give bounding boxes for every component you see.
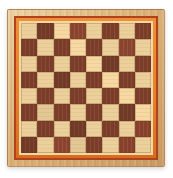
square-e4[interactable] (86, 88, 102, 104)
square-a6[interactable] (21, 56, 37, 72)
square-g6[interactable] (119, 56, 135, 72)
square-e2[interactable] (86, 121, 102, 137)
square-f3[interactable] (102, 104, 118, 120)
square-f2[interactable] (102, 121, 118, 137)
square-c5[interactable] (54, 72, 70, 88)
square-d7[interactable] (70, 39, 86, 55)
square-d3[interactable] (70, 104, 86, 120)
square-e7[interactable] (86, 39, 102, 55)
square-c8[interactable] (54, 23, 70, 39)
square-a8[interactable] (21, 23, 37, 39)
square-h2[interactable] (135, 121, 151, 137)
square-e1[interactable] (86, 137, 102, 153)
square-h5[interactable] (135, 72, 151, 88)
square-b1[interactable] (37, 137, 53, 153)
square-f7[interactable] (102, 39, 118, 55)
square-e5[interactable] (86, 72, 102, 88)
square-h8[interactable] (135, 23, 151, 39)
square-g2[interactable] (119, 121, 135, 137)
square-a5[interactable] (21, 72, 37, 88)
square-f1[interactable] (102, 137, 118, 153)
square-h7[interactable] (135, 39, 151, 55)
square-e8[interactable] (86, 23, 102, 39)
scene (0, 0, 173, 178)
square-a3[interactable] (21, 104, 37, 120)
square-a2[interactable] (21, 121, 37, 137)
square-g5[interactable] (119, 72, 135, 88)
square-a7[interactable] (21, 39, 37, 55)
board-red-pinstripe (14, 16, 158, 160)
square-c6[interactable] (54, 56, 70, 72)
board-cream-inlay (19, 21, 153, 155)
square-b5[interactable] (37, 72, 53, 88)
square-g8[interactable] (119, 23, 135, 39)
square-a4[interactable] (21, 88, 37, 104)
square-e3[interactable] (86, 104, 102, 120)
board-wood-frame (7, 9, 165, 167)
square-f8[interactable] (102, 23, 118, 39)
square-d2[interactable] (70, 121, 86, 137)
square-e6[interactable] (86, 56, 102, 72)
square-g4[interactable] (119, 88, 135, 104)
square-d6[interactable] (70, 56, 86, 72)
square-a1[interactable] (21, 137, 37, 153)
square-c2[interactable] (54, 121, 70, 137)
square-h6[interactable] (135, 56, 151, 72)
square-b7[interactable] (37, 39, 53, 55)
board-orange-band (16, 18, 156, 158)
square-d4[interactable] (70, 88, 86, 104)
square-g1[interactable] (119, 137, 135, 153)
square-b3[interactable] (37, 104, 53, 120)
square-c4[interactable] (54, 88, 70, 104)
square-b8[interactable] (37, 23, 53, 39)
square-h4[interactable] (135, 88, 151, 104)
board-grid (21, 23, 151, 153)
square-f6[interactable] (102, 56, 118, 72)
square-f5[interactable] (102, 72, 118, 88)
square-c3[interactable] (54, 104, 70, 120)
square-b4[interactable] (37, 88, 53, 104)
square-h3[interactable] (135, 104, 151, 120)
square-d8[interactable] (70, 23, 86, 39)
square-c7[interactable] (54, 39, 70, 55)
square-f4[interactable] (102, 88, 118, 104)
square-h1[interactable] (135, 137, 151, 153)
square-b6[interactable] (37, 56, 53, 72)
square-g7[interactable] (119, 39, 135, 55)
square-g3[interactable] (119, 104, 135, 120)
square-c1[interactable] (54, 137, 70, 153)
square-d1[interactable] (70, 137, 86, 153)
square-d5[interactable] (70, 72, 86, 88)
square-b2[interactable] (37, 121, 53, 137)
